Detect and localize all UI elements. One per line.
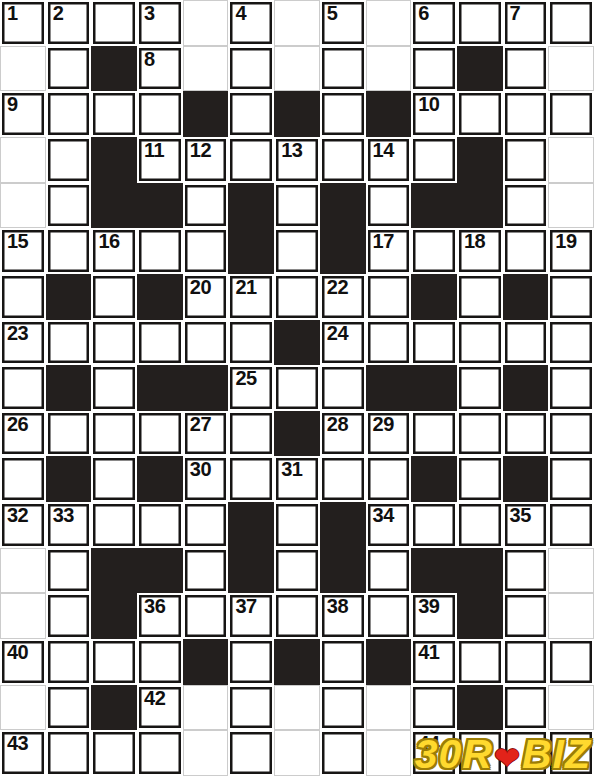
clue-number-39: 39 — [418, 595, 439, 617]
cell-r6c7[interactable] — [274, 228, 320, 274]
cell-r13c5[interactable] — [183, 548, 229, 594]
cell-r2c4[interactable]: 8 — [137, 46, 183, 92]
cell-r6c8 — [320, 228, 366, 274]
cell-r4c5[interactable]: 12 — [183, 137, 229, 183]
cell-r10c7 — [274, 411, 320, 457]
cell-r13c4 — [137, 548, 183, 594]
cell-r2c1 — [0, 46, 46, 92]
cell-r6c9[interactable]: 17 — [366, 228, 412, 274]
cell-r7c9[interactable] — [366, 274, 412, 320]
cell-r12c5[interactable] — [183, 502, 229, 548]
cell-r7c8[interactable]: 22 — [320, 274, 366, 320]
clue-number-40: 40 — [7, 641, 28, 663]
cell-r1c8[interactable]: 5 — [320, 0, 366, 46]
cell-r8c11[interactable] — [457, 320, 503, 366]
cell-r17c7 — [274, 730, 320, 776]
cell-r1c11[interactable] — [457, 0, 503, 46]
clue-number-6: 6 — [418, 2, 429, 24]
cell-r10c8[interactable]: 28 — [320, 411, 366, 457]
cell-r15c8[interactable] — [320, 639, 366, 685]
cell-r17c10[interactable]: 44 — [411, 730, 457, 776]
cell-r16c7 — [274, 685, 320, 731]
clue-number-30: 30 — [190, 458, 211, 480]
cell-r16c2[interactable] — [46, 685, 92, 731]
cell-r13c9[interactable] — [366, 548, 412, 594]
cell-r16c13 — [548, 685, 594, 731]
cell-r5c3 — [91, 183, 137, 229]
cell-r13c3 — [91, 548, 137, 594]
clue-number-28: 28 — [327, 413, 348, 435]
cell-r3c12[interactable] — [503, 91, 549, 137]
cell-r11c7[interactable]: 31 — [274, 456, 320, 502]
cell-r10c13[interactable] — [548, 411, 594, 457]
cell-r6c3[interactable]: 16 — [91, 228, 137, 274]
cell-r9c8[interactable] — [320, 365, 366, 411]
cell-r17c13[interactable] — [548, 730, 594, 776]
cell-r16c4[interactable]: 42 — [137, 685, 183, 731]
clue-number-8: 8 — [144, 48, 155, 70]
cell-r17c9 — [366, 730, 412, 776]
cell-r4c12[interactable] — [503, 137, 549, 183]
cell-r1c7 — [274, 0, 320, 46]
clue-number-11: 11 — [144, 139, 164, 161]
cell-r9c13[interactable] — [548, 365, 594, 411]
clue-number-5: 5 — [327, 2, 338, 24]
cell-r7c10 — [411, 274, 457, 320]
cell-r1c9 — [366, 0, 412, 46]
cell-r11c8[interactable] — [320, 456, 366, 502]
cell-r4c13 — [548, 137, 594, 183]
cell-r11c13[interactable] — [548, 456, 594, 502]
cell-r7c4 — [137, 274, 183, 320]
cell-r8c10[interactable] — [411, 320, 457, 366]
cell-r4c3 — [91, 137, 137, 183]
cell-r14c11 — [457, 593, 503, 639]
cell-r16c3 — [91, 685, 137, 731]
cell-r4c7[interactable]: 13 — [274, 137, 320, 183]
clue-number-21: 21 — [235, 276, 256, 298]
cell-r5c12[interactable] — [503, 183, 549, 229]
cell-r8c13[interactable] — [548, 320, 594, 366]
cell-r13c12[interactable] — [503, 548, 549, 594]
cell-r10c12[interactable] — [503, 411, 549, 457]
cell-r14c5[interactable] — [183, 593, 229, 639]
cell-r3c1[interactable]: 9 — [0, 91, 46, 137]
cell-r4c9[interactable]: 14 — [366, 137, 412, 183]
cell-r9c1[interactable] — [0, 365, 46, 411]
cell-r9c11[interactable] — [457, 365, 503, 411]
cell-r16c11 — [457, 685, 503, 731]
cell-r2c8[interactable] — [320, 46, 366, 92]
cell-r9c12 — [503, 365, 549, 411]
clue-number-2: 2 — [53, 2, 64, 24]
cell-r7c7[interactable] — [274, 274, 320, 320]
clue-number-27: 27 — [190, 413, 211, 435]
cell-r2c3 — [91, 46, 137, 92]
cell-r6c13[interactable]: 19 — [548, 228, 594, 274]
cell-r3c8[interactable] — [320, 91, 366, 137]
cell-r1c10[interactable]: 6 — [411, 0, 457, 46]
cell-r3c3[interactable] — [91, 91, 137, 137]
cell-r5c5[interactable] — [183, 183, 229, 229]
cell-r8c1[interactable]: 23 — [0, 320, 46, 366]
cell-r11c2 — [46, 456, 92, 502]
clue-number-1: 1 — [7, 2, 18, 24]
cell-r11c12 — [503, 456, 549, 502]
cell-r15c4[interactable] — [137, 639, 183, 685]
cell-r15c9 — [366, 639, 412, 685]
cell-r4c1 — [0, 137, 46, 183]
cell-r9c3[interactable] — [91, 365, 137, 411]
cell-r6c11[interactable]: 18 — [457, 228, 503, 274]
clue-number-15: 15 — [7, 230, 28, 252]
cell-r4c2[interactable] — [46, 137, 92, 183]
cell-r9c9 — [366, 365, 412, 411]
clue-number-25: 25 — [235, 367, 256, 389]
cell-r3c4[interactable] — [137, 91, 183, 137]
cell-r8c8[interactable]: 24 — [320, 320, 366, 366]
cell-r3c5 — [183, 91, 229, 137]
cell-r2c11 — [457, 46, 503, 92]
cell-r12c12[interactable]: 35 — [503, 502, 549, 548]
clue-number-9: 9 — [7, 93, 18, 115]
cell-r2c12[interactable] — [503, 46, 549, 92]
cell-r16c1 — [0, 685, 46, 731]
cell-r15c2[interactable] — [46, 639, 92, 685]
cell-r10c3[interactable] — [91, 411, 137, 457]
cell-r3c11[interactable] — [457, 91, 503, 137]
clue-number-36: 36 — [144, 595, 165, 617]
clue-number-41: 41 — [418, 641, 439, 663]
cell-r7c5[interactable]: 20 — [183, 274, 229, 320]
cell-r10c6[interactable] — [228, 411, 274, 457]
cell-r5c1 — [0, 183, 46, 229]
clue-number-38: 38 — [327, 595, 348, 617]
cell-r11c5[interactable]: 30 — [183, 456, 229, 502]
cell-r11c4 — [137, 456, 183, 502]
cell-r12c13[interactable] — [548, 502, 594, 548]
cell-r3c7 — [274, 91, 320, 137]
cell-r3c10[interactable]: 10 — [411, 91, 457, 137]
cell-r15c1[interactable]: 40 — [0, 639, 46, 685]
cell-r10c11[interactable] — [457, 411, 503, 457]
cell-r4c4[interactable]: 11 — [137, 137, 183, 183]
cell-r5c7[interactable] — [274, 183, 320, 229]
cell-r1c13[interactable] — [548, 0, 594, 46]
cell-r9c10 — [411, 365, 457, 411]
cell-r12c1[interactable]: 32 — [0, 502, 46, 548]
cell-r12c3[interactable] — [91, 502, 137, 548]
cell-r5c8 — [320, 183, 366, 229]
cell-r1c5 — [183, 0, 229, 46]
clue-number-34: 34 — [373, 504, 394, 526]
cell-r7c12 — [503, 274, 549, 320]
cell-r17c6[interactable] — [228, 730, 274, 776]
clue-number-19: 19 — [555, 230, 576, 252]
cell-r7c11[interactable] — [457, 274, 503, 320]
cell-r11c3[interactable] — [91, 456, 137, 502]
cell-r12c8 — [320, 502, 366, 548]
cell-r7c2 — [46, 274, 92, 320]
cell-r17c3[interactable] — [91, 730, 137, 776]
cell-r16c6[interactable] — [228, 685, 274, 731]
cell-r4c11 — [457, 137, 503, 183]
cell-r4c6[interactable] — [228, 137, 274, 183]
cell-r1c2[interactable]: 2 — [46, 0, 92, 46]
clue-number-29: 29 — [373, 413, 394, 435]
cell-r2c6[interactable] — [228, 46, 274, 92]
clue-number-23: 23 — [7, 322, 28, 344]
cell-r17c4[interactable] — [137, 730, 183, 776]
cell-r11c11[interactable] — [457, 456, 503, 502]
cell-r3c6[interactable] — [228, 91, 274, 137]
cell-r5c9[interactable] — [366, 183, 412, 229]
cell-r12c9[interactable]: 34 — [366, 502, 412, 548]
cell-r14c7[interactable] — [274, 593, 320, 639]
cell-r13c7[interactable] — [274, 548, 320, 594]
cell-r13c2[interactable] — [46, 548, 92, 594]
cell-r8c2[interactable] — [46, 320, 92, 366]
cell-r1c4[interactable]: 3 — [137, 0, 183, 46]
cell-r2c2[interactable] — [46, 46, 92, 92]
cell-r8c3[interactable] — [91, 320, 137, 366]
crossword-board: 1234567891011121314151617181920212223242… — [0, 0, 594, 776]
cell-r1c12[interactable]: 7 — [503, 0, 549, 46]
cell-r12c10[interactable] — [411, 502, 457, 548]
cell-r6c6 — [228, 228, 274, 274]
cell-r17c8[interactable] — [320, 730, 366, 776]
cell-r13c6 — [228, 548, 274, 594]
cell-r10c5[interactable]: 27 — [183, 411, 229, 457]
cell-r12c2[interactable]: 33 — [46, 502, 92, 548]
clue-number-3: 3 — [144, 2, 155, 24]
cell-r14c10[interactable]: 39 — [411, 593, 457, 639]
clue-number-20: 20 — [190, 276, 211, 298]
clue-number-17: 17 — [373, 230, 394, 252]
cell-r5c2[interactable] — [46, 183, 92, 229]
cell-r6c5[interactable] — [183, 228, 229, 274]
cell-r13c8 — [320, 548, 366, 594]
clue-number-42: 42 — [144, 687, 165, 709]
clue-number-16: 16 — [98, 230, 119, 252]
crossword-grid: 1234567891011121314151617181920212223242… — [0, 0, 594, 776]
cell-r16c10[interactable] — [411, 685, 457, 731]
cell-r14c9[interactable] — [366, 593, 412, 639]
cell-r17c1[interactable]: 43 — [0, 730, 46, 776]
cell-r14c4[interactable]: 36 — [137, 593, 183, 639]
cell-r16c8[interactable] — [320, 685, 366, 731]
cell-r17c11[interactable] — [457, 730, 503, 776]
cell-r2c13 — [548, 46, 594, 92]
cell-r1c1[interactable]: 1 — [0, 0, 46, 46]
cell-r14c2[interactable] — [46, 593, 92, 639]
cell-r17c5 — [183, 730, 229, 776]
cell-r5c13 — [548, 183, 594, 229]
cell-r12c4[interactable] — [137, 502, 183, 548]
clue-number-12: 12 — [190, 139, 211, 161]
clue-number-32: 32 — [7, 504, 28, 526]
clue-number-33: 33 — [53, 504, 74, 526]
cell-r8c7 — [274, 320, 320, 366]
cell-r9c6[interactable]: 25 — [228, 365, 274, 411]
cell-r1c3[interactable] — [91, 0, 137, 46]
clue-number-37: 37 — [235, 595, 256, 617]
cell-r11c1[interactable] — [0, 456, 46, 502]
cell-r11c6[interactable] — [228, 456, 274, 502]
cell-r7c1[interactable] — [0, 274, 46, 320]
cell-r9c4 — [137, 365, 183, 411]
cell-r3c2[interactable] — [46, 91, 92, 137]
cell-r15c13[interactable] — [548, 639, 594, 685]
cell-r8c9[interactable] — [366, 320, 412, 366]
cell-r1c6[interactable]: 4 — [228, 0, 274, 46]
cell-r6c2[interactable] — [46, 228, 92, 274]
cell-r8c5[interactable] — [183, 320, 229, 366]
cell-r6c12[interactable] — [503, 228, 549, 274]
cell-r12c6 — [228, 502, 274, 548]
cell-r15c5 — [183, 639, 229, 685]
cell-r9c2 — [46, 365, 92, 411]
cell-r10c1[interactable]: 26 — [0, 411, 46, 457]
cell-r13c10 — [411, 548, 457, 594]
clue-number-18: 18 — [464, 230, 485, 252]
cell-r11c9[interactable] — [366, 456, 412, 502]
cell-r16c5 — [183, 685, 229, 731]
cell-r15c7 — [274, 639, 320, 685]
cell-r11c10 — [411, 456, 457, 502]
cell-r14c6[interactable]: 37 — [228, 593, 274, 639]
clue-number-7: 7 — [510, 2, 521, 24]
cell-r9c5 — [183, 365, 229, 411]
cell-r3c9 — [366, 91, 412, 137]
cell-r8c4[interactable] — [137, 320, 183, 366]
cell-r4c10[interactable] — [411, 137, 457, 183]
cell-r14c8[interactable]: 38 — [320, 593, 366, 639]
cell-r8c6[interactable] — [228, 320, 274, 366]
clue-number-26: 26 — [7, 413, 28, 435]
cell-r2c9 — [366, 46, 412, 92]
cell-r10c10[interactable] — [411, 411, 457, 457]
cell-r17c12[interactable] — [503, 730, 549, 776]
clue-number-31: 31 — [281, 458, 302, 480]
clue-number-43: 43 — [7, 732, 28, 754]
cell-r9c7[interactable] — [274, 365, 320, 411]
cell-r8c12[interactable] — [503, 320, 549, 366]
cell-r2c7 — [274, 46, 320, 92]
cell-r5c11 — [457, 183, 503, 229]
cell-r5c6 — [228, 183, 274, 229]
cell-r13c1 — [0, 548, 46, 594]
cell-r7c3[interactable] — [91, 274, 137, 320]
clue-number-35: 35 — [510, 504, 531, 526]
clue-number-10: 10 — [418, 93, 439, 115]
cell-r15c6[interactable] — [228, 639, 274, 685]
cell-r6c1[interactable]: 15 — [0, 228, 46, 274]
cell-r5c10 — [411, 183, 457, 229]
cell-r6c4[interactable] — [137, 228, 183, 274]
cell-r13c11 — [457, 548, 503, 594]
cell-r13c13 — [548, 548, 594, 594]
clue-number-13: 13 — [281, 139, 302, 161]
cell-r7c13[interactable] — [548, 274, 594, 320]
cell-r2c5 — [183, 46, 229, 92]
cell-r15c10[interactable]: 41 — [411, 639, 457, 685]
cell-r12c11[interactable] — [457, 502, 503, 548]
cell-r14c12[interactable] — [503, 593, 549, 639]
cell-r14c13 — [548, 593, 594, 639]
clue-number-24: 24 — [327, 322, 348, 344]
cell-r10c2[interactable] — [46, 411, 92, 457]
cell-r10c9[interactable]: 29 — [366, 411, 412, 457]
cell-r16c12[interactable] — [503, 685, 549, 731]
cell-r7c6[interactable]: 21 — [228, 274, 274, 320]
clue-number-44: 44 — [418, 732, 439, 754]
cell-r15c3[interactable] — [91, 639, 137, 685]
cell-r10c4[interactable] — [137, 411, 183, 457]
cell-r15c11[interactable] — [457, 639, 503, 685]
cell-r17c2[interactable] — [46, 730, 92, 776]
cell-r2c10[interactable] — [411, 46, 457, 92]
cell-r5c4 — [137, 183, 183, 229]
cell-r16c9 — [366, 685, 412, 731]
cell-r14c1 — [0, 593, 46, 639]
cell-r15c12[interactable] — [503, 639, 549, 685]
clue-number-14: 14 — [373, 139, 394, 161]
clue-number-22: 22 — [327, 276, 348, 298]
cell-r4c8[interactable] — [320, 137, 366, 183]
clue-number-4: 4 — [235, 2, 246, 24]
cell-r3c13[interactable] — [548, 91, 594, 137]
cell-r6c10[interactable] — [411, 228, 457, 274]
cell-r12c7[interactable] — [274, 502, 320, 548]
cell-r14c3 — [91, 593, 137, 639]
